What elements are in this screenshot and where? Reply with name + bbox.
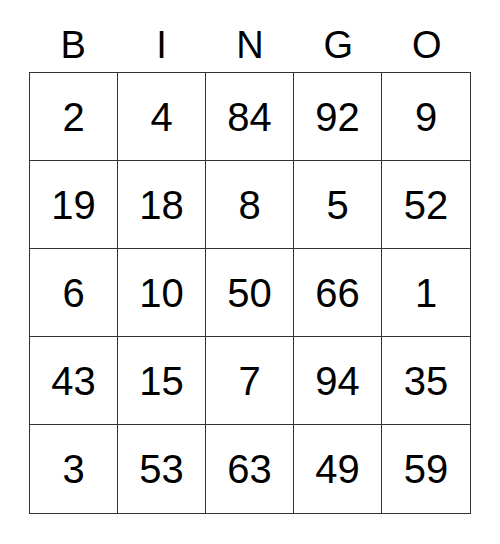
bingo-cell-r4c5[interactable]: 35 <box>382 337 470 425</box>
bingo-cell-r5c5[interactable]: 59 <box>382 425 470 513</box>
bingo-cell-r3c1[interactable]: 6 <box>30 249 118 337</box>
bingo-cell-r2c3[interactable]: 8 <box>206 161 294 249</box>
bingo-cell-r1c3[interactable]: 84 <box>206 73 294 161</box>
header-letter-o: O <box>383 26 471 72</box>
bingo-header-row: B I N G O <box>29 0 471 72</box>
bingo-cell-r3c3[interactable]: 50 <box>206 249 294 337</box>
bingo-cell-r1c5[interactable]: 9 <box>382 73 470 161</box>
header-letter-b: B <box>29 26 117 72</box>
bingo-cell-r5c1[interactable]: 3 <box>30 425 118 513</box>
header-letter-i: I <box>117 26 205 72</box>
bingo-cell-r3c5[interactable]: 1 <box>382 249 470 337</box>
bingo-cell-r2c5[interactable]: 52 <box>382 161 470 249</box>
bingo-grid: 2 4 84 92 9 19 18 8 5 52 6 10 50 66 1 43… <box>29 72 471 514</box>
bingo-card: B I N G O 2 4 84 92 9 19 18 8 5 52 6 10 … <box>0 0 500 544</box>
bingo-cell-r2c2[interactable]: 18 <box>118 161 206 249</box>
header-letter-g: G <box>294 26 382 72</box>
bingo-cell-r5c2[interactable]: 53 <box>118 425 206 513</box>
bingo-cell-r5c3[interactable]: 63 <box>206 425 294 513</box>
bingo-cell-r2c1[interactable]: 19 <box>30 161 118 249</box>
header-letter-n: N <box>206 26 294 72</box>
bingo-cell-r4c3[interactable]: 7 <box>206 337 294 425</box>
bingo-cell-r3c2[interactable]: 10 <box>118 249 206 337</box>
bingo-cell-r1c4[interactable]: 92 <box>294 73 382 161</box>
bingo-cell-r3c4[interactable]: 66 <box>294 249 382 337</box>
bingo-cell-r4c2[interactable]: 15 <box>118 337 206 425</box>
bingo-cell-r1c1[interactable]: 2 <box>30 73 118 161</box>
bingo-cell-r1c2[interactable]: 4 <box>118 73 206 161</box>
bingo-cell-r5c4[interactable]: 49 <box>294 425 382 513</box>
bingo-cell-r4c4[interactable]: 94 <box>294 337 382 425</box>
bingo-cell-r4c1[interactable]: 43 <box>30 337 118 425</box>
bingo-cell-r2c4[interactable]: 5 <box>294 161 382 249</box>
